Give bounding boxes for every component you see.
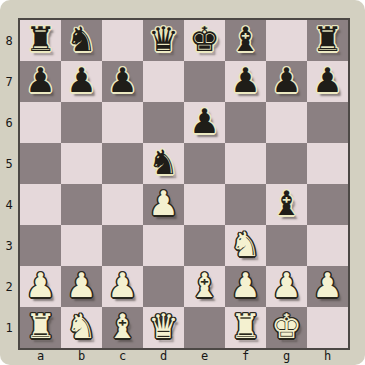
square-c2[interactable]: ♟ — [102, 266, 143, 307]
square-c6[interactable] — [102, 102, 143, 143]
square-f5[interactable] — [225, 143, 266, 184]
square-g4[interactable]: ♝ — [266, 184, 307, 225]
black-queen-piece[interactable]: ♛ — [148, 19, 178, 60]
square-b3[interactable] — [61, 225, 102, 266]
square-c7[interactable]: ♟ — [102, 61, 143, 102]
square-c5[interactable] — [102, 143, 143, 184]
square-e5[interactable] — [184, 143, 225, 184]
white-pawn-piece[interactable]: ♟ — [148, 183, 178, 224]
white-bishop-piece[interactable]: ♝ — [107, 306, 137, 347]
black-knight-piece[interactable]: ♞ — [148, 142, 178, 183]
rank-label-3: 3 — [0, 225, 18, 266]
black-pawn-piece[interactable]: ♟ — [230, 60, 260, 101]
square-g5[interactable] — [266, 143, 307, 184]
file-label-b: b — [61, 348, 102, 364]
square-h5[interactable] — [307, 143, 348, 184]
square-f8[interactable]: ♝ — [225, 20, 266, 61]
chess-board: ♜♞♛♚♝♜♟♟♟♟♟♟♟♞♟♝♞♟♟♟♝♟♟♟♜♞♝♛♜♚ — [18, 18, 350, 350]
black-rook-piece[interactable]: ♜ — [25, 19, 55, 60]
square-a5[interactable] — [20, 143, 61, 184]
black-rook-piece[interactable]: ♜ — [312, 19, 342, 60]
square-d5[interactable]: ♞ — [143, 143, 184, 184]
square-c1[interactable]: ♝ — [102, 307, 143, 348]
black-king-piece[interactable]: ♚ — [189, 19, 219, 60]
square-h4[interactable] — [307, 184, 348, 225]
square-b4[interactable] — [61, 184, 102, 225]
rank-label-6: 6 — [0, 102, 18, 143]
rank-label-1: 1 — [0, 307, 18, 348]
square-e8[interactable]: ♚ — [184, 20, 225, 61]
square-d4[interactable]: ♟ — [143, 184, 184, 225]
square-g1[interactable]: ♚ — [266, 307, 307, 348]
rank-label-2: 2 — [0, 266, 18, 307]
black-pawn-piece[interactable]: ♟ — [25, 60, 55, 101]
white-pawn-piece[interactable]: ♟ — [66, 265, 96, 306]
square-h7[interactable]: ♟ — [307, 61, 348, 102]
square-d8[interactable]: ♛ — [143, 20, 184, 61]
black-pawn-piece[interactable]: ♟ — [271, 60, 301, 101]
square-f7[interactable]: ♟ — [225, 61, 266, 102]
square-b6[interactable] — [61, 102, 102, 143]
rank-label-8: 8 — [0, 20, 18, 61]
square-a8[interactable]: ♜ — [20, 20, 61, 61]
square-a6[interactable] — [20, 102, 61, 143]
square-d6[interactable] — [143, 102, 184, 143]
square-e4[interactable] — [184, 184, 225, 225]
square-d2[interactable] — [143, 266, 184, 307]
black-pawn-piece[interactable]: ♟ — [312, 60, 342, 101]
black-pawn-piece[interactable]: ♟ — [107, 60, 137, 101]
square-e1[interactable] — [184, 307, 225, 348]
square-d3[interactable] — [143, 225, 184, 266]
white-knight-piece[interactable]: ♞ — [230, 224, 260, 265]
square-f4[interactable] — [225, 184, 266, 225]
square-h2[interactable]: ♟ — [307, 266, 348, 307]
square-g7[interactable]: ♟ — [266, 61, 307, 102]
file-label-e: e — [184, 348, 225, 364]
square-a4[interactable] — [20, 184, 61, 225]
black-bishop-piece[interactable]: ♝ — [271, 183, 301, 224]
black-pawn-piece[interactable]: ♟ — [66, 60, 96, 101]
white-pawn-piece[interactable]: ♟ — [25, 265, 55, 306]
file-label-f: f — [225, 348, 266, 364]
square-a1[interactable]: ♜ — [20, 307, 61, 348]
black-bishop-piece[interactable]: ♝ — [230, 19, 260, 60]
white-pawn-piece[interactable]: ♟ — [271, 265, 301, 306]
file-label-a: a — [20, 348, 61, 364]
square-c3[interactable] — [102, 225, 143, 266]
white-pawn-piece[interactable]: ♟ — [230, 265, 260, 306]
square-f6[interactable] — [225, 102, 266, 143]
rank-labels: 87654321 — [0, 20, 18, 348]
square-c8[interactable] — [102, 20, 143, 61]
white-king-piece[interactable]: ♚ — [271, 306, 301, 347]
rank-label-4: 4 — [0, 184, 18, 225]
square-h6[interactable] — [307, 102, 348, 143]
rank-label-5: 5 — [0, 143, 18, 184]
square-f1[interactable]: ♜ — [225, 307, 266, 348]
rank-label-7: 7 — [0, 61, 18, 102]
white-rook-piece[interactable]: ♜ — [25, 306, 55, 347]
file-labels: abcdefgh — [20, 348, 348, 364]
square-b2[interactable]: ♟ — [61, 266, 102, 307]
square-c4[interactable] — [102, 184, 143, 225]
square-h3[interactable] — [307, 225, 348, 266]
square-b8[interactable]: ♞ — [61, 20, 102, 61]
square-f3[interactable]: ♞ — [225, 225, 266, 266]
square-b5[interactable] — [61, 143, 102, 184]
square-e6[interactable]: ♟ — [184, 102, 225, 143]
square-b7[interactable]: ♟ — [61, 61, 102, 102]
file-label-c: c — [102, 348, 143, 364]
white-pawn-piece[interactable]: ♟ — [312, 265, 342, 306]
black-pawn-piece[interactable]: ♟ — [189, 101, 219, 142]
square-f2[interactable]: ♟ — [225, 266, 266, 307]
square-b1[interactable]: ♞ — [61, 307, 102, 348]
chess-board-panel: 87654321 ♜♞♛♚♝♜♟♟♟♟♟♟♟♞♟♝♞♟♟♟♝♟♟♟♜♞♝♛♜♚ … — [0, 0, 365, 365]
white-bishop-piece[interactable]: ♝ — [189, 265, 219, 306]
square-d1[interactable]: ♛ — [143, 307, 184, 348]
square-e7[interactable] — [184, 61, 225, 102]
square-e3[interactable] — [184, 225, 225, 266]
square-a3[interactable] — [20, 225, 61, 266]
white-queen-piece[interactable]: ♛ — [148, 306, 178, 347]
square-g6[interactable] — [266, 102, 307, 143]
square-g8[interactable] — [266, 20, 307, 61]
square-a2[interactable]: ♟ — [20, 266, 61, 307]
black-knight-piece[interactable]: ♞ — [66, 19, 96, 60]
white-pawn-piece[interactable]: ♟ — [107, 265, 137, 306]
file-label-d: d — [143, 348, 184, 364]
white-rook-piece[interactable]: ♜ — [230, 306, 260, 347]
file-label-h: h — [307, 348, 348, 364]
square-g3[interactable] — [266, 225, 307, 266]
square-d7[interactable] — [143, 61, 184, 102]
square-h1[interactable] — [307, 307, 348, 348]
square-h8[interactable]: ♜ — [307, 20, 348, 61]
square-a7[interactable]: ♟ — [20, 61, 61, 102]
square-g2[interactable]: ♟ — [266, 266, 307, 307]
white-knight-piece[interactable]: ♞ — [66, 306, 96, 347]
square-e2[interactable]: ♝ — [184, 266, 225, 307]
file-label-g: g — [266, 348, 307, 364]
